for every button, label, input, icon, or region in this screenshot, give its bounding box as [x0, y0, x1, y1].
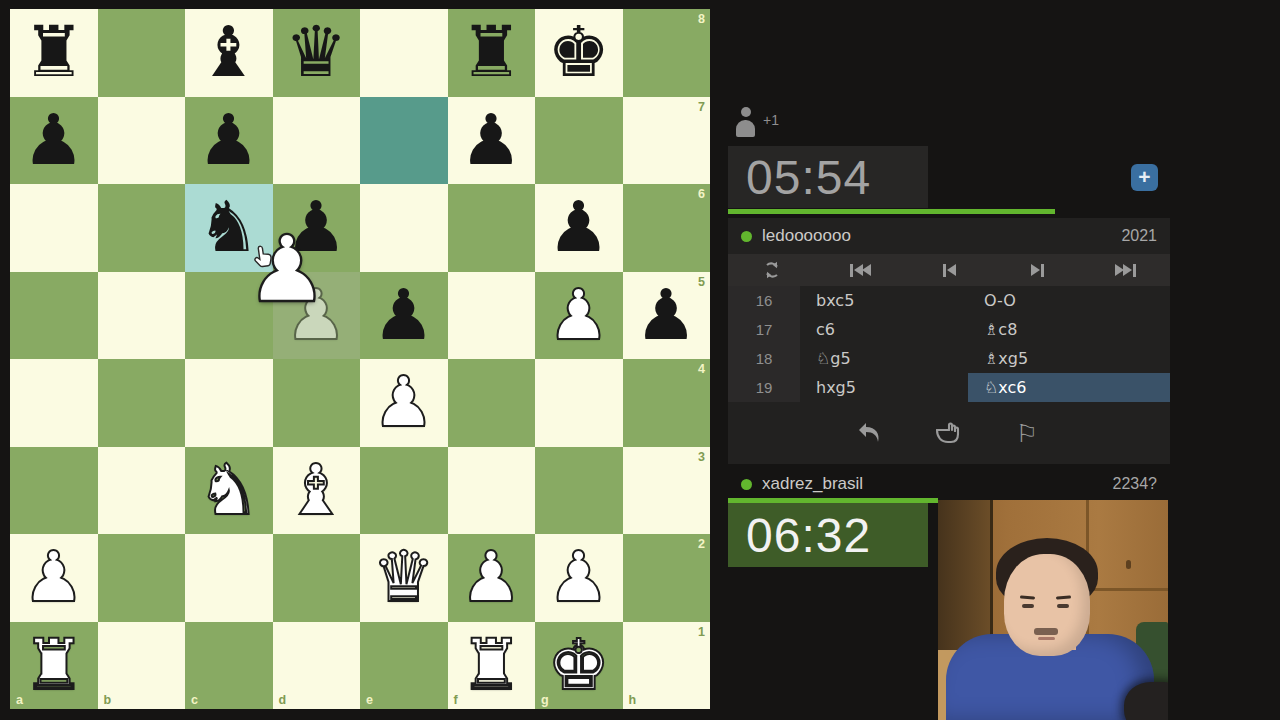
square-a2[interactable]: ♟ — [10, 534, 98, 622]
white-pawn: ♟ — [535, 272, 623, 360]
black-pawn: ♟ — [185, 97, 273, 185]
square-b8[interactable] — [98, 9, 186, 97]
go-first-button[interactable] — [816, 254, 904, 286]
white-bishop: ♝ — [273, 447, 361, 535]
square-g4[interactable] — [535, 359, 623, 447]
square-a5[interactable] — [10, 272, 98, 360]
person-icon — [736, 105, 755, 137]
square-f1[interactable]: f♜ — [448, 622, 536, 710]
white-king: ♚ — [535, 622, 623, 710]
black-bishop: ♝ — [185, 9, 273, 97]
move-list: 16bxc5O-O17c6♗c818♘g5♗xg519hxg5♘xc6 — [728, 286, 1170, 402]
black-pawn: ♟ — [535, 184, 623, 272]
square-a1[interactable]: a♜ — [10, 622, 98, 710]
rank-label: 3 — [698, 451, 705, 464]
move-number: 16 — [728, 286, 800, 315]
player-top-row[interactable]: ledooooooo 2021 — [728, 218, 1170, 254]
square-f8[interactable]: ♜ — [448, 9, 536, 97]
black-rook: ♜ — [448, 9, 536, 97]
player-top-name: ledooooooo — [762, 226, 1111, 246]
player-bottom-row[interactable]: xadrez_brasil 2234? — [728, 466, 1170, 502]
file-label: h — [629, 694, 637, 707]
time-bar-top — [728, 209, 1170, 214]
move-number: 17 — [728, 315, 800, 344]
move-number: 19 — [728, 373, 800, 402]
go-last-button[interactable] — [1082, 254, 1170, 286]
square-a7[interactable]: ♟ — [10, 97, 98, 185]
file-label: e — [366, 694, 373, 707]
square-b7[interactable] — [98, 97, 186, 185]
action-buttons: ⚐ — [728, 402, 1170, 464]
black-pawn: ♟ — [360, 272, 448, 360]
rank-label: 2 — [698, 538, 705, 551]
square-b1[interactable]: b — [98, 622, 186, 710]
move-white[interactable]: ♘g5 — [800, 344, 968, 373]
takeback-button[interactable] — [854, 418, 888, 448]
square-c1[interactable]: c — [185, 622, 273, 710]
square-b2[interactable] — [98, 534, 186, 622]
move-row: 17c6♗c8 — [728, 315, 1170, 344]
black-rook: ♜ — [10, 9, 98, 97]
white-pawn: ♟ — [448, 534, 536, 622]
square-g2[interactable]: ♟ — [535, 534, 623, 622]
white-knight: ♞ — [185, 447, 273, 535]
square-h8[interactable]: 8 — [623, 9, 711, 97]
square-e6[interactable] — [360, 184, 448, 272]
white-pawn: ♟ — [10, 534, 98, 622]
game-panel: ledooooooo 2021 16bxc5O-O17c6♗c818♘g5♗xg… — [728, 218, 1170, 464]
go-next-button[interactable] — [993, 254, 1081, 286]
square-b5[interactable] — [98, 272, 186, 360]
square-e3[interactable] — [360, 447, 448, 535]
square-g1[interactable]: g♚ — [535, 622, 623, 710]
dragged-white-pawn[interactable]: ♟ — [237, 221, 337, 321]
square-f3[interactable] — [448, 447, 536, 535]
move-number: 18 — [728, 344, 800, 373]
square-h4[interactable]: 4 — [623, 359, 711, 447]
square-h5[interactable]: 5♟ — [623, 272, 711, 360]
add-time-button[interactable]: + — [1131, 164, 1158, 191]
hand-cursor-icon — [250, 241, 280, 274]
black-queen: ♛ — [273, 9, 361, 97]
square-a6[interactable] — [10, 184, 98, 272]
square-d2[interactable] — [273, 534, 361, 622]
square-d3[interactable]: ♝ — [273, 447, 361, 535]
move-white[interactable]: c6 — [800, 315, 968, 344]
square-e8[interactable] — [360, 9, 448, 97]
player-bottom-rating: 2234? — [1113, 475, 1158, 493]
move-white[interactable]: bxc5 — [800, 286, 968, 315]
square-c4[interactable] — [185, 359, 273, 447]
clock-bottom: 06:32 — [728, 503, 928, 567]
player-top-rating: 2021 — [1121, 227, 1157, 245]
flip-board-button[interactable] — [728, 254, 816, 286]
white-pawn: ♟ — [360, 359, 448, 447]
square-f7[interactable]: ♟ — [448, 97, 536, 185]
spectator-count: +1 — [763, 112, 779, 137]
move-navbar — [728, 254, 1170, 286]
move-row: 16bxc5O-O — [728, 286, 1170, 315]
square-g5[interactable]: ♟ — [535, 272, 623, 360]
move-black[interactable]: ♗xg5 — [968, 344, 1170, 373]
rank-label: 8 — [698, 13, 705, 26]
square-d1[interactable]: d — [273, 622, 361, 710]
square-e7[interactable] — [360, 97, 448, 185]
rank-label: 6 — [698, 188, 705, 201]
square-c7[interactable]: ♟ — [185, 97, 273, 185]
square-h1[interactable]: 1h — [623, 622, 711, 710]
stream-frame: ♜♝♛♜♚8♟♟♟7♞♟♟6♟♟♟5♟♟4♞♝3♟♛♟♟2a♜bcdef♜g♚1… — [0, 0, 1280, 720]
square-a3[interactable] — [10, 447, 98, 535]
black-pawn: ♟ — [623, 272, 711, 360]
square-a4[interactable] — [10, 359, 98, 447]
square-h2[interactable]: 2 — [623, 534, 711, 622]
move-black[interactable]: ♗c8 — [968, 315, 1170, 344]
black-pawn: ♟ — [10, 97, 98, 185]
online-dot — [741, 479, 752, 490]
square-f2[interactable]: ♟ — [448, 534, 536, 622]
square-d7[interactable] — [273, 97, 361, 185]
square-b6[interactable] — [98, 184, 186, 272]
black-king: ♚ — [535, 9, 623, 97]
square-e1[interactable]: e — [360, 622, 448, 710]
spectators: +1 — [736, 105, 779, 137]
square-g3[interactable] — [535, 447, 623, 535]
square-g7[interactable] — [535, 97, 623, 185]
move-row: 18♘g5♗xg5 — [728, 344, 1170, 373]
square-c3[interactable]: ♞ — [185, 447, 273, 535]
offer-draw-button[interactable] — [932, 418, 966, 448]
move-row: 19hxg5♘xc6 — [728, 373, 1170, 402]
square-d8[interactable]: ♛ — [273, 9, 361, 97]
square-b3[interactable] — [98, 447, 186, 535]
white-pawn: ♟ — [535, 534, 623, 622]
square-e5[interactable]: ♟ — [360, 272, 448, 360]
file-label: b — [104, 694, 112, 707]
square-c8[interactable]: ♝ — [185, 9, 273, 97]
square-d4[interactable] — [273, 359, 361, 447]
black-pawn: ♟ — [448, 97, 536, 185]
square-g8[interactable]: ♚ — [535, 9, 623, 97]
square-f4[interactable] — [448, 359, 536, 447]
square-g6[interactable]: ♟ — [535, 184, 623, 272]
webcam-video — [938, 500, 1168, 720]
file-label: c — [191, 694, 198, 707]
square-h6[interactable]: 6 — [623, 184, 711, 272]
move-white[interactable]: hxg5 — [800, 373, 968, 402]
square-c2[interactable] — [185, 534, 273, 622]
white-queen: ♛ — [360, 534, 448, 622]
square-h7[interactable]: 7 — [623, 97, 711, 185]
square-e4[interactable]: ♟ — [360, 359, 448, 447]
white-rook: ♜ — [448, 622, 536, 710]
square-f6[interactable] — [448, 184, 536, 272]
go-previous-button[interactable] — [905, 254, 993, 286]
move-black[interactable]: O-O — [968, 286, 1170, 315]
square-h3[interactable]: 3 — [623, 447, 711, 535]
rank-label: 4 — [698, 363, 705, 376]
player-bottom-name: xadrez_brasil — [762, 474, 1103, 494]
clock-top: 05:54 — [728, 146, 928, 208]
online-dot — [741, 231, 752, 242]
chess-board: ♜♝♛♜♚8♟♟♟7♞♟♟6♟♟♟5♟♟4♞♝3♟♛♟♟2a♜bcdef♜g♚1… — [10, 9, 710, 709]
square-e2[interactable]: ♛ — [360, 534, 448, 622]
white-rook: ♜ — [10, 622, 98, 710]
rank-label: 1 — [698, 626, 705, 639]
rank-label: 7 — [698, 101, 705, 114]
square-a8[interactable]: ♜ — [10, 9, 98, 97]
file-label: d — [279, 694, 287, 707]
square-f5[interactable] — [448, 272, 536, 360]
flag-icon: ⚐ — [1016, 421, 1038, 446]
move-black[interactable]: ♘xc6 — [968, 373, 1170, 402]
square-b4[interactable] — [98, 359, 186, 447]
resign-button[interactable]: ⚐ — [1010, 418, 1044, 448]
